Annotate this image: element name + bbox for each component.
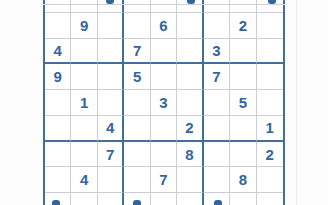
cell-r6c4[interactable] xyxy=(124,116,150,142)
cell-r5c6[interactable] xyxy=(177,90,203,116)
cell-r8c4[interactable] xyxy=(124,167,150,193)
cell-r2c3[interactable] xyxy=(98,13,124,39)
cell-r8c7[interactable] xyxy=(204,167,230,193)
digit-fragment-bottom-c1 xyxy=(52,200,60,205)
cell-r1c4[interactable] xyxy=(124,0,150,13)
cell-r3c8[interactable] xyxy=(230,39,256,65)
cell-r8c1[interactable] xyxy=(45,167,71,193)
cell-r6c2[interactable] xyxy=(71,116,97,142)
cell-r2c9[interactable] xyxy=(257,13,283,39)
cell-r4c4[interactable]: 5 xyxy=(124,64,150,90)
cell-r9c6[interactable] xyxy=(177,193,203,205)
cell-r9c2[interactable] xyxy=(71,193,97,205)
cell-r3c9[interactable] xyxy=(257,39,283,65)
cell-r4c1[interactable]: 9 xyxy=(45,64,71,90)
cell-r5c1[interactable] xyxy=(45,90,71,116)
cell-r1c7[interactable] xyxy=(204,0,230,13)
digit-fragment-top-c6 xyxy=(187,0,195,4)
cell-r9c3[interactable] xyxy=(98,193,124,205)
top-partial-grid-line xyxy=(43,4,285,5)
cell-r7c3[interactable]: 7 xyxy=(98,142,124,168)
cell-r5c8[interactable]: 5 xyxy=(230,90,256,116)
cell-r3c3[interactable] xyxy=(98,39,124,65)
faint-page-edge-line xyxy=(296,0,297,205)
cell-r7c5[interactable] xyxy=(151,142,177,168)
cell-r7c8[interactable] xyxy=(230,142,256,168)
digit-fragment-top-c9 xyxy=(268,0,276,4)
cell-r5c2[interactable]: 1 xyxy=(71,90,97,116)
cell-r5c3[interactable] xyxy=(98,90,124,116)
cell-r2c6[interactable] xyxy=(177,13,203,39)
cell-r4c9[interactable] xyxy=(257,64,283,90)
cell-r4c2[interactable] xyxy=(71,64,97,90)
cell-r7c1[interactable] xyxy=(45,142,71,168)
cell-r1c8[interactable] xyxy=(230,0,256,13)
cell-r3c5[interactable] xyxy=(151,39,177,65)
cell-r4c3[interactable] xyxy=(98,64,124,90)
cell-r3c1[interactable]: 4 xyxy=(45,39,71,65)
cell-r2c8[interactable]: 2 xyxy=(230,13,256,39)
cell-r2c4[interactable] xyxy=(124,13,150,39)
cell-r6c9[interactable]: 1 xyxy=(257,116,283,142)
cell-r9c5[interactable] xyxy=(151,193,177,205)
cell-r3c7[interactable]: 3 xyxy=(204,39,230,65)
cell-r2c1[interactable] xyxy=(45,13,71,39)
cell-r1c1[interactable] xyxy=(45,0,71,13)
cell-r3c6[interactable] xyxy=(177,39,203,65)
cell-r8c9[interactable] xyxy=(257,167,283,193)
cell-r5c7[interactable] xyxy=(204,90,230,116)
cell-r1c5[interactable] xyxy=(151,0,177,13)
cell-r5c5[interactable]: 3 xyxy=(151,90,177,116)
cell-r8c2[interactable]: 4 xyxy=(71,167,97,193)
cell-r4c6[interactable] xyxy=(177,64,203,90)
cell-r5c4[interactable] xyxy=(124,90,150,116)
cell-r8c3[interactable] xyxy=(98,167,124,193)
cell-r3c4[interactable]: 7 xyxy=(124,39,150,65)
cell-r4c5[interactable] xyxy=(151,64,177,90)
cell-r7c7[interactable] xyxy=(204,142,230,168)
digit-fragment-bottom-c4 xyxy=(133,200,141,205)
cell-r6c6[interactable]: 2 xyxy=(177,116,203,142)
cell-r2c7[interactable] xyxy=(204,13,230,39)
cell-r7c2[interactable] xyxy=(71,142,97,168)
cell-r6c8[interactable] xyxy=(230,116,256,142)
cell-r6c7[interactable] xyxy=(204,116,230,142)
sudoku-screenshot: 962473957135421782478 xyxy=(0,0,328,205)
cell-r6c3[interactable]: 4 xyxy=(98,116,124,142)
cell-r2c2[interactable]: 9 xyxy=(71,13,97,39)
cell-r8c6[interactable] xyxy=(177,167,203,193)
cell-r5c9[interactable] xyxy=(257,90,283,116)
cell-r9c9[interactable] xyxy=(257,193,283,205)
cell-r1c2[interactable] xyxy=(71,0,97,13)
cell-r8c8[interactable]: 8 xyxy=(230,167,256,193)
cell-r4c7[interactable]: 7 xyxy=(204,64,230,90)
cell-r6c5[interactable] xyxy=(151,116,177,142)
cell-r2c5[interactable]: 6 xyxy=(151,13,177,39)
cell-r7c6[interactable]: 8 xyxy=(177,142,203,168)
cell-r8c5[interactable]: 7 xyxy=(151,167,177,193)
cell-r6c1[interactable] xyxy=(45,116,71,142)
cell-r9c8[interactable] xyxy=(230,193,256,205)
sudoku-board: 962473957135421782478 xyxy=(43,0,285,205)
cell-r3c2[interactable] xyxy=(71,39,97,65)
cell-r7c4[interactable] xyxy=(124,142,150,168)
cell-r7c9[interactable]: 2 xyxy=(257,142,283,168)
cell-r4c8[interactable] xyxy=(230,64,256,90)
digit-fragment-bottom-c7 xyxy=(214,200,222,205)
